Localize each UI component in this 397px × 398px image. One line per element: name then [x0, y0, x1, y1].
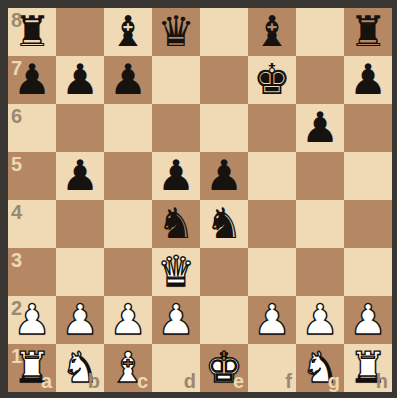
square-g3[interactable]	[296, 248, 344, 296]
piece-white-bishop[interactable]: ♝	[104, 344, 152, 392]
square-b3[interactable]	[56, 248, 104, 296]
rank-label-6: 6	[11, 106, 22, 126]
square-e2[interactable]	[200, 296, 248, 344]
piece-white-pawn[interactable]: ♟	[296, 296, 344, 344]
square-c3[interactable]	[104, 248, 152, 296]
piece-black-bishop[interactable]: ♝	[104, 8, 152, 56]
chess-board: 8♜♝♛♝♜7♟♟♟♚♟6♟5♟♟♟4♞♞3♛2♟♟♟♟♟♟♟1a♜b♞c♝de…	[8, 8, 392, 392]
square-h1[interactable]: h♜	[344, 344, 392, 392]
square-d1[interactable]: d	[152, 344, 200, 392]
piece-white-king[interactable]: ♚	[200, 344, 248, 392]
piece-black-pawn[interactable]: ♟	[56, 152, 104, 200]
piece-black-knight[interactable]: ♞	[200, 200, 248, 248]
square-a4[interactable]: 4	[8, 200, 56, 248]
square-f8[interactable]: ♝	[248, 8, 296, 56]
square-d6[interactable]	[152, 104, 200, 152]
chess-board-frame: 8♜♝♛♝♜7♟♟♟♚♟6♟5♟♟♟4♞♞3♛2♟♟♟♟♟♟♟1a♜b♞c♝de…	[0, 0, 397, 398]
rank-label-5: 5	[11, 154, 22, 174]
piece-white-rook[interactable]: ♜	[8, 344, 56, 392]
piece-black-bishop[interactable]: ♝	[248, 8, 296, 56]
square-b7[interactable]: ♟	[56, 56, 104, 104]
square-e3[interactable]	[200, 248, 248, 296]
square-c2[interactable]: ♟	[104, 296, 152, 344]
square-d7[interactable]	[152, 56, 200, 104]
square-c4[interactable]	[104, 200, 152, 248]
square-d5[interactable]: ♟	[152, 152, 200, 200]
square-e5[interactable]: ♟	[200, 152, 248, 200]
square-h3[interactable]	[344, 248, 392, 296]
square-c1[interactable]: c♝	[104, 344, 152, 392]
square-g7[interactable]	[296, 56, 344, 104]
square-b4[interactable]	[56, 200, 104, 248]
piece-black-rook[interactable]: ♜	[8, 8, 56, 56]
square-c5[interactable]	[104, 152, 152, 200]
piece-black-pawn[interactable]: ♟	[56, 56, 104, 104]
square-f3[interactable]	[248, 248, 296, 296]
square-h7[interactable]: ♟	[344, 56, 392, 104]
piece-black-knight[interactable]: ♞	[152, 200, 200, 248]
square-f6[interactable]	[248, 104, 296, 152]
square-h6[interactable]	[344, 104, 392, 152]
square-h2[interactable]: ♟	[344, 296, 392, 344]
square-h4[interactable]	[344, 200, 392, 248]
square-b6[interactable]	[56, 104, 104, 152]
piece-black-pawn[interactable]: ♟	[200, 152, 248, 200]
piece-white-rook[interactable]: ♜	[344, 344, 392, 392]
square-h8[interactable]: ♜	[344, 8, 392, 56]
square-e4[interactable]: ♞	[200, 200, 248, 248]
square-g8[interactable]	[296, 8, 344, 56]
piece-white-knight[interactable]: ♞	[296, 344, 344, 392]
piece-white-pawn[interactable]: ♟	[8, 296, 56, 344]
piece-black-queen[interactable]: ♛	[152, 8, 200, 56]
square-f5[interactable]	[248, 152, 296, 200]
square-e8[interactable]	[200, 8, 248, 56]
square-a2[interactable]: 2♟	[8, 296, 56, 344]
square-d3[interactable]: ♛	[152, 248, 200, 296]
square-g1[interactable]: g♞	[296, 344, 344, 392]
square-g2[interactable]: ♟	[296, 296, 344, 344]
piece-black-pawn[interactable]: ♟	[296, 104, 344, 152]
piece-white-pawn[interactable]: ♟	[248, 296, 296, 344]
square-c7[interactable]: ♟	[104, 56, 152, 104]
piece-black-pawn[interactable]: ♟	[8, 56, 56, 104]
square-e1[interactable]: e♚	[200, 344, 248, 392]
square-g6[interactable]: ♟	[296, 104, 344, 152]
square-a1[interactable]: 1a♜	[8, 344, 56, 392]
square-b8[interactable]	[56, 8, 104, 56]
square-f2[interactable]: ♟	[248, 296, 296, 344]
piece-black-rook[interactable]: ♜	[344, 8, 392, 56]
square-h5[interactable]	[344, 152, 392, 200]
file-label-f: f	[285, 371, 292, 391]
square-a7[interactable]: 7♟	[8, 56, 56, 104]
piece-white-pawn[interactable]: ♟	[104, 296, 152, 344]
square-b1[interactable]: b♞	[56, 344, 104, 392]
rank-label-3: 3	[11, 250, 22, 270]
square-e6[interactable]	[200, 104, 248, 152]
square-f1[interactable]: f	[248, 344, 296, 392]
piece-black-pawn[interactable]: ♟	[152, 152, 200, 200]
rank-label-4: 4	[11, 202, 22, 222]
square-g5[interactable]	[296, 152, 344, 200]
square-g4[interactable]	[296, 200, 344, 248]
square-a3[interactable]: 3	[8, 248, 56, 296]
piece-white-pawn[interactable]: ♟	[152, 296, 200, 344]
square-b5[interactable]: ♟	[56, 152, 104, 200]
square-e7[interactable]	[200, 56, 248, 104]
square-a5[interactable]: 5	[8, 152, 56, 200]
piece-white-knight[interactable]: ♞	[56, 344, 104, 392]
square-b2[interactable]: ♟	[56, 296, 104, 344]
piece-white-pawn[interactable]: ♟	[344, 296, 392, 344]
piece-black-king[interactable]: ♚	[248, 56, 296, 104]
square-a8[interactable]: 8♜	[8, 8, 56, 56]
piece-white-queen[interactable]: ♛	[152, 248, 200, 296]
square-a6[interactable]: 6	[8, 104, 56, 152]
square-c8[interactable]: ♝	[104, 8, 152, 56]
square-d4[interactable]: ♞	[152, 200, 200, 248]
file-label-d: d	[184, 371, 196, 391]
square-f4[interactable]	[248, 200, 296, 248]
square-d8[interactable]: ♛	[152, 8, 200, 56]
piece-black-pawn[interactable]: ♟	[344, 56, 392, 104]
piece-black-pawn[interactable]: ♟	[104, 56, 152, 104]
piece-white-pawn[interactable]: ♟	[56, 296, 104, 344]
square-f7[interactable]: ♚	[248, 56, 296, 104]
square-d2[interactable]: ♟	[152, 296, 200, 344]
square-c6[interactable]	[104, 104, 152, 152]
